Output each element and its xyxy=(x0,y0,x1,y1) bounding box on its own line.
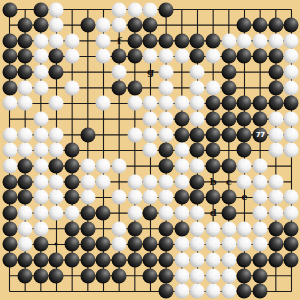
black-stone-15-4[interactable] xyxy=(221,49,236,64)
black-stone-8-18[interactable] xyxy=(112,268,127,283)
black-stone-1-3[interactable] xyxy=(2,33,17,48)
black-stone-2-11[interactable] xyxy=(18,159,33,174)
black-stone-16-10[interactable] xyxy=(237,143,252,158)
white-stone-16-15[interactable] xyxy=(237,221,252,236)
white-stone-13-19[interactable] xyxy=(190,284,205,299)
white-stone-10-7[interactable] xyxy=(143,96,158,111)
white-stone-3-3[interactable] xyxy=(33,33,48,48)
white-stone-8-1[interactable] xyxy=(112,2,127,17)
white-stone-6-11[interactable] xyxy=(80,159,95,174)
black-stone-11-11[interactable] xyxy=(159,159,174,174)
white-stone-11-4[interactable] xyxy=(159,49,174,64)
black-stone-5-15[interactable] xyxy=(65,221,80,236)
white-stone-10-12[interactable] xyxy=(143,174,158,189)
point-label-c[interactable]: c xyxy=(225,176,233,186)
white-stone-18-14[interactable] xyxy=(268,206,283,221)
white-stone-2-10[interactable] xyxy=(18,143,33,158)
black-stone-5-13[interactable] xyxy=(65,190,80,205)
white-stone-10-8[interactable] xyxy=(143,112,158,127)
black-stone-2-12[interactable] xyxy=(18,174,33,189)
white-stone-1-7[interactable] xyxy=(2,96,17,111)
black-stone-1-17[interactable] xyxy=(2,253,17,268)
black-stone-5-12[interactable] xyxy=(65,174,80,189)
black-stone-9-15[interactable] xyxy=(127,221,142,236)
black-stone-11-15[interactable] xyxy=(159,221,174,236)
white-stone-10-4[interactable] xyxy=(143,49,158,64)
white-stone-5-6[interactable] xyxy=(65,80,80,95)
white-stone-14-17[interactable] xyxy=(206,253,221,268)
white-stone-8-16[interactable] xyxy=(112,237,127,252)
black-stone-18-5[interactable] xyxy=(268,65,283,80)
white-stone-8-2[interactable] xyxy=(112,18,127,33)
white-stone-13-17[interactable] xyxy=(190,253,205,268)
white-stone-18-8[interactable] xyxy=(268,112,283,127)
white-stone-12-11[interactable] xyxy=(174,159,189,174)
black-stone-15-9[interactable] xyxy=(221,127,236,142)
black-stone-3-18[interactable] xyxy=(33,268,48,283)
white-stone-11-7[interactable] xyxy=(159,96,174,111)
white-stone-2-15[interactable] xyxy=(18,221,33,236)
black-stone-4-11[interactable] xyxy=(49,159,64,174)
white-stone-9-7[interactable] xyxy=(127,96,142,111)
black-stone-15-11[interactable] xyxy=(221,159,236,174)
black-stone-3-2[interactable] xyxy=(33,18,48,33)
black-stone-15-5[interactable] xyxy=(221,65,236,80)
white-stone-2-16[interactable] xyxy=(18,237,33,252)
white-stone-3-11[interactable] xyxy=(33,159,48,174)
black-stone-10-3[interactable] xyxy=(143,33,158,48)
black-stone-2-17[interactable] xyxy=(18,253,33,268)
black-stone-18-2[interactable] xyxy=(268,18,283,33)
white-stone-7-7[interactable] xyxy=(96,96,111,111)
white-stone-16-12[interactable] xyxy=(237,174,252,189)
white-stone-11-8[interactable] xyxy=(159,112,174,127)
white-stone-5-3[interactable] xyxy=(65,33,80,48)
white-stone-9-9[interactable] xyxy=(127,127,142,142)
black-stone-15-7[interactable] xyxy=(221,96,236,111)
white-stone-18-12[interactable] xyxy=(268,174,283,189)
white-stone-15-16[interactable] xyxy=(221,237,236,252)
black-stone-7-14[interactable] xyxy=(96,206,111,221)
white-stone-19-13[interactable] xyxy=(284,190,299,205)
black-stone-12-15[interactable] xyxy=(174,221,189,236)
white-stone-13-18[interactable] xyxy=(190,268,205,283)
white-stone-9-12[interactable] xyxy=(127,174,142,189)
white-stone-17-3[interactable] xyxy=(253,33,268,48)
white-stone-14-19[interactable] xyxy=(206,284,221,299)
black-stone-11-3[interactable] xyxy=(159,33,174,48)
black-stone-10-17[interactable] xyxy=(143,253,158,268)
white-stone-8-11[interactable] xyxy=(112,159,127,174)
white-stone-18-10[interactable] xyxy=(268,143,283,158)
white-stone-2-9[interactable] xyxy=(18,127,33,142)
black-stone-14-8[interactable] xyxy=(206,112,221,127)
white-stone-17-16[interactable] xyxy=(253,237,268,252)
white-stone-4-14[interactable] xyxy=(49,206,64,221)
white-stone-19-8[interactable] xyxy=(284,112,299,127)
black-stone-14-9[interactable] xyxy=(206,127,221,142)
black-stone-11-10[interactable] xyxy=(159,143,174,158)
black-stone-4-17[interactable] xyxy=(49,253,64,268)
black-stone-1-12[interactable] xyxy=(2,174,17,189)
white-stone-16-11[interactable] xyxy=(237,159,252,174)
black-stone-7-17[interactable] xyxy=(96,253,111,268)
black-stone-1-1[interactable] xyxy=(2,2,17,17)
black-stone-2-3[interactable] xyxy=(18,33,33,48)
white-stone-4-9[interactable] xyxy=(49,127,64,142)
white-stone-12-7[interactable] xyxy=(174,96,189,111)
white-stone-19-6[interactable] xyxy=(284,80,299,95)
black-stone-11-16[interactable] xyxy=(159,237,174,252)
white-stone-4-12[interactable] xyxy=(49,174,64,189)
white-stone-3-10[interactable] xyxy=(33,143,48,158)
black-stone-18-7[interactable] xyxy=(268,96,283,111)
white-stone-1-11[interactable] xyxy=(2,159,17,174)
black-stone-10-16[interactable] xyxy=(143,237,158,252)
black-stone-13-3[interactable] xyxy=(190,33,205,48)
black-stone-1-16[interactable] xyxy=(2,237,17,252)
white-stone-10-10[interactable] xyxy=(143,143,158,158)
white-stone-17-12[interactable] xyxy=(253,174,268,189)
white-stone-13-11[interactable] xyxy=(190,159,205,174)
black-stone-8-4[interactable] xyxy=(112,49,127,64)
white-stone-14-6[interactable] xyxy=(206,80,221,95)
white-stone-16-3[interactable] xyxy=(237,33,252,48)
black-stone-13-10[interactable] xyxy=(190,143,205,158)
white-stone-7-4[interactable] xyxy=(96,49,111,64)
white-stone-8-5[interactable] xyxy=(112,65,127,80)
white-stone-19-3[interactable] xyxy=(284,33,299,48)
black-stone-18-6[interactable] xyxy=(268,80,283,95)
black-stone-6-2[interactable] xyxy=(80,18,95,33)
black-stone-5-16[interactable] xyxy=(65,237,80,252)
white-stone-17-15[interactable] xyxy=(253,221,268,236)
white-stone-3-8[interactable] xyxy=(33,112,48,127)
black-stone-17-2[interactable] xyxy=(253,18,268,33)
go-board-screenshot: fg77bced xyxy=(0,0,300,300)
black-stone-12-3[interactable] xyxy=(174,33,189,48)
white-stone-4-13[interactable] xyxy=(49,190,64,205)
black-stone-11-17[interactable] xyxy=(159,253,174,268)
black-stone-7-16[interactable] xyxy=(96,237,111,252)
black-stone-16-8[interactable] xyxy=(237,112,252,127)
white-stone-13-8[interactable] xyxy=(190,112,205,127)
black-stone-1-4[interactable] xyxy=(2,49,17,64)
black-stone-2-5[interactable] xyxy=(18,65,33,80)
white-stone-18-9[interactable] xyxy=(268,127,283,142)
go-board[interactable]: fg77bced xyxy=(0,0,300,300)
white-stone-7-2[interactable] xyxy=(96,18,111,33)
black-stone-6-18[interactable] xyxy=(80,268,95,283)
black-stone-15-14[interactable] xyxy=(221,206,236,221)
black-stone-12-9[interactable] xyxy=(174,127,189,142)
point-label-e[interactable]: e xyxy=(240,192,248,202)
white-stone-19-10[interactable] xyxy=(284,143,299,158)
black-stone-19-7[interactable] xyxy=(284,96,299,111)
white-stone-8-15[interactable] xyxy=(112,221,127,236)
white-stone-13-5[interactable] xyxy=(190,65,205,80)
black-stone-2-4[interactable] xyxy=(18,49,33,64)
black-stone-15-8[interactable] xyxy=(221,112,236,127)
black-stone-14-7[interactable] xyxy=(206,96,221,111)
black-stone-16-18[interactable] xyxy=(237,268,252,283)
white-stone-11-13[interactable] xyxy=(159,190,174,205)
white-stone-13-15[interactable] xyxy=(190,221,205,236)
white-stone-8-13[interactable] xyxy=(112,190,127,205)
black-stone-17-18[interactable] xyxy=(253,268,268,283)
white-stone-3-15[interactable] xyxy=(33,221,48,236)
white-stone-4-2[interactable] xyxy=(49,18,64,33)
black-stone-2-13[interactable] xyxy=(18,190,33,205)
black-stone-10-14[interactable] xyxy=(143,206,158,221)
white-stone-11-14[interactable] xyxy=(159,206,174,221)
black-stone-7-18[interactable] xyxy=(96,268,111,283)
white-stone-19-4[interactable] xyxy=(284,49,299,64)
white-stone-12-4[interactable] xyxy=(174,49,189,64)
white-stone-1-9[interactable] xyxy=(2,127,17,142)
white-stone-19-9[interactable] xyxy=(284,127,299,142)
black-stone-17-4[interactable] xyxy=(253,49,268,64)
black-stone-17-19[interactable] xyxy=(253,284,268,299)
black-stone-16-2[interactable] xyxy=(237,18,252,33)
white-stone-4-7[interactable] xyxy=(49,96,64,111)
black-stone-18-15[interactable] xyxy=(268,221,283,236)
white-stone-17-14[interactable] xyxy=(253,206,268,221)
black-stone-18-16[interactable] xyxy=(268,237,283,252)
black-stone-1-14[interactable] xyxy=(2,206,17,221)
black-stone-14-10[interactable] xyxy=(206,143,221,158)
black-stone-6-15[interactable] xyxy=(80,221,95,236)
white-stone-12-18[interactable] xyxy=(174,268,189,283)
black-stone-4-4[interactable] xyxy=(49,49,64,64)
black-stone-8-6[interactable] xyxy=(112,80,127,95)
white-stone-12-16[interactable] xyxy=(174,237,189,252)
black-stone-11-1[interactable] xyxy=(159,2,174,17)
black-stone-11-19[interactable] xyxy=(159,284,174,299)
white-stone-15-17[interactable] xyxy=(221,253,236,268)
black-stone-1-15[interactable] xyxy=(2,221,17,236)
white-stone-6-13[interactable] xyxy=(80,190,95,205)
white-stone-7-11[interactable] xyxy=(96,159,111,174)
white-stone-10-13[interactable] xyxy=(143,190,158,205)
white-stone-13-16[interactable] xyxy=(190,237,205,252)
white-stone-19-14[interactable] xyxy=(284,206,299,221)
black-stone-19-17[interactable] xyxy=(284,253,299,268)
black-stone-8-17[interactable] xyxy=(112,253,127,268)
black-stone-17-8[interactable] xyxy=(253,112,268,127)
white-stone-2-14[interactable] xyxy=(18,206,33,221)
black-stone-9-6[interactable] xyxy=(127,80,142,95)
black-stone-13-12[interactable] xyxy=(190,174,205,189)
black-stone-16-7[interactable] xyxy=(237,96,252,111)
white-stone-11-6[interactable] xyxy=(159,80,174,95)
black-stone-6-17[interactable] xyxy=(80,253,95,268)
black-stone-16-4[interactable] xyxy=(237,49,252,64)
black-stone-9-3[interactable] xyxy=(127,33,142,48)
white-stone-14-15[interactable] xyxy=(206,221,221,236)
white-stone-3-9[interactable] xyxy=(33,127,48,142)
white-stone-15-18[interactable] xyxy=(221,268,236,283)
white-stone-18-13[interactable] xyxy=(268,190,283,205)
black-stone-16-19[interactable] xyxy=(237,284,252,299)
white-stone-11-9[interactable] xyxy=(159,127,174,142)
white-stone-3-6[interactable] xyxy=(33,80,48,95)
white-stone-4-10[interactable] xyxy=(49,143,64,158)
white-stone-3-4[interactable] xyxy=(33,49,48,64)
white-stone-18-3[interactable] xyxy=(268,33,283,48)
white-stone-7-12[interactable] xyxy=(96,174,111,189)
black-stone-17-17[interactable] xyxy=(253,253,268,268)
white-stone-12-19[interactable] xyxy=(174,284,189,299)
black-stone-1-6[interactable] xyxy=(2,80,17,95)
white-stone-3-14[interactable] xyxy=(33,206,48,221)
black-stone-6-16[interactable] xyxy=(80,237,95,252)
black-stone-3-17[interactable] xyxy=(33,253,48,268)
black-stone-13-4[interactable] xyxy=(190,49,205,64)
white-stone-17-13[interactable] xyxy=(253,190,268,205)
white-stone-16-16[interactable] xyxy=(237,237,252,252)
black-stone-5-11[interactable] xyxy=(65,159,80,174)
point-label-b[interactable]: b xyxy=(209,176,218,186)
point-label-g[interactable]: g xyxy=(146,67,155,77)
white-stone-9-14[interactable] xyxy=(127,206,142,221)
white-stone-14-16[interactable] xyxy=(206,237,221,252)
black-stone-4-18[interactable] xyxy=(49,268,64,283)
white-stone-3-5[interactable] xyxy=(33,65,48,80)
black-stone-1-13[interactable] xyxy=(2,190,17,205)
white-stone-9-13[interactable] xyxy=(127,190,142,205)
black-stone-13-13[interactable] xyxy=(190,190,205,205)
white-stone-2-7[interactable] xyxy=(18,96,33,111)
black-stone-6-9[interactable] xyxy=(80,127,95,142)
black-stone-15-13[interactable] xyxy=(221,190,236,205)
black-stone-6-14[interactable] xyxy=(80,206,95,221)
black-stone-9-4[interactable] xyxy=(127,49,142,64)
black-stone-14-13[interactable] xyxy=(206,190,221,205)
white-stone-9-1[interactable] xyxy=(127,2,142,17)
white-stone-1-10[interactable] xyxy=(2,143,17,158)
white-stone-6-12[interactable] xyxy=(80,174,95,189)
white-stone-12-17[interactable] xyxy=(174,253,189,268)
white-stone-10-9[interactable] xyxy=(143,127,158,142)
black-stone-14-3[interactable] xyxy=(206,33,221,48)
white-stone-4-3[interactable] xyxy=(49,33,64,48)
white-stone-4-1[interactable] xyxy=(49,2,64,17)
black-stone-4-5[interactable] xyxy=(49,65,64,80)
black-stone-10-18[interactable] xyxy=(143,268,158,283)
black-stone-17-7[interactable] xyxy=(253,96,268,111)
black-stone-19-2[interactable] xyxy=(284,18,299,33)
black-stone-18-17[interactable] xyxy=(268,253,283,268)
white-stone-13-7[interactable] xyxy=(190,96,205,111)
white-stone-14-18[interactable] xyxy=(206,268,221,283)
black-stone-9-2[interactable] xyxy=(127,18,142,33)
white-stone-13-6[interactable] xyxy=(190,80,205,95)
black-stone-14-11[interactable] xyxy=(206,159,221,174)
black-stone-2-2[interactable] xyxy=(18,18,33,33)
white-stone-3-12[interactable] xyxy=(33,174,48,189)
white-stone-13-14[interactable] xyxy=(190,206,205,221)
black-stone-16-17[interactable] xyxy=(237,253,252,268)
black-stone-1-5[interactable] xyxy=(2,65,17,80)
white-stone-5-4[interactable] xyxy=(65,49,80,64)
white-stone-2-6[interactable] xyxy=(18,80,33,95)
black-stone-19-16[interactable] xyxy=(284,237,299,252)
black-stone-2-18[interactable] xyxy=(18,268,33,283)
black-stone-16-9[interactable] xyxy=(237,127,252,142)
white-stone-15-3[interactable] xyxy=(221,33,236,48)
white-stone-3-13[interactable] xyxy=(33,190,48,205)
black-stone-10-2[interactable] xyxy=(143,18,158,33)
white-stone-12-12[interactable] xyxy=(174,174,189,189)
white-stone-11-12[interactable] xyxy=(159,174,174,189)
white-stone-19-5[interactable] xyxy=(284,65,299,80)
white-stone-7-3[interactable] xyxy=(96,33,111,48)
white-stone-12-14[interactable] xyxy=(174,206,189,221)
point-label-d[interactable]: d xyxy=(209,208,218,218)
white-stone-5-14[interactable] xyxy=(65,206,80,221)
black-stone-12-13[interactable] xyxy=(174,190,189,205)
white-stone-11-5[interactable] xyxy=(159,65,174,80)
black-stone-11-18[interactable] xyxy=(159,268,174,283)
black-stone-13-9[interactable] xyxy=(190,127,205,142)
white-stone-12-10[interactable] xyxy=(174,143,189,158)
white-stone-14-4[interactable] xyxy=(206,49,221,64)
black-stone-12-8[interactable] xyxy=(174,112,189,127)
black-stone-17-9[interactable]: 77 xyxy=(253,127,268,142)
black-stone-15-6[interactable] xyxy=(221,80,236,95)
black-stone-5-17[interactable] xyxy=(65,253,80,268)
white-stone-15-15[interactable] xyxy=(221,221,236,236)
white-stone-15-19[interactable] xyxy=(221,284,236,299)
black-stone-18-4[interactable] xyxy=(268,49,283,64)
black-stone-19-15[interactable] xyxy=(284,221,299,236)
hoshi-point xyxy=(55,243,58,246)
black-stone-5-10[interactable] xyxy=(65,143,80,158)
white-stone-10-1[interactable] xyxy=(143,2,158,17)
black-stone-9-16[interactable] xyxy=(127,237,142,252)
black-stone-9-17[interactable] xyxy=(127,253,142,268)
black-stone-3-16[interactable] xyxy=(33,237,48,252)
move-number-77: 77 xyxy=(253,127,268,142)
white-stone-17-11[interactable] xyxy=(253,159,268,174)
black-stone-3-1[interactable] xyxy=(33,2,48,17)
point-label-f[interactable]: f xyxy=(116,35,122,45)
